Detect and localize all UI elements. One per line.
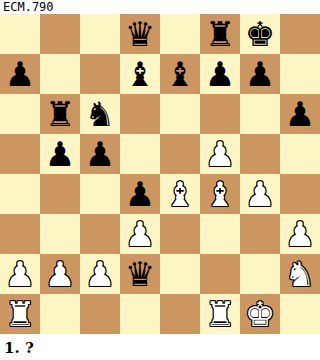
diagram-title: ECM.790 (0, 0, 320, 14)
square-g1[interactable]: ♚ (240, 294, 280, 334)
square-f7[interactable]: ♟ (200, 54, 240, 94)
white-pawn: ♟ (120, 214, 160, 254)
square-d5[interactable] (120, 134, 160, 174)
square-g4[interactable]: ♟ (240, 174, 280, 214)
black-rook: ♜ (40, 94, 80, 134)
square-c5[interactable]: ♟ (80, 134, 120, 174)
white-pawn: ♟ (280, 214, 320, 254)
square-e3[interactable] (160, 214, 200, 254)
square-b5[interactable]: ♟ (40, 134, 80, 174)
white-pawn: ♟ (80, 254, 120, 294)
square-a3[interactable] (0, 214, 40, 254)
square-f3[interactable] (200, 214, 240, 254)
white-knight: ♞ (280, 254, 320, 294)
square-h1[interactable] (280, 294, 320, 334)
square-a7[interactable]: ♟ (0, 54, 40, 94)
black-queen: ♛ (120, 254, 160, 294)
square-c1[interactable] (80, 294, 120, 334)
black-pawn: ♟ (0, 54, 40, 94)
square-c8[interactable] (80, 14, 120, 54)
square-h7[interactable] (280, 54, 320, 94)
square-h3[interactable]: ♟ (280, 214, 320, 254)
square-e6[interactable] (160, 94, 200, 134)
square-b4[interactable] (40, 174, 80, 214)
square-b2[interactable]: ♟ (40, 254, 80, 294)
black-king: ♚ (240, 14, 280, 54)
square-a5[interactable] (0, 134, 40, 174)
black-bishop: ♝ (120, 54, 160, 94)
move-prompt: 1. ? (0, 334, 320, 360)
square-d7[interactable]: ♝ (120, 54, 160, 94)
black-pawn: ♟ (120, 174, 160, 214)
square-a1[interactable]: ♜ (0, 294, 40, 334)
square-b6[interactable]: ♜ (40, 94, 80, 134)
square-e2[interactable] (160, 254, 200, 294)
white-bishop: ♝ (200, 174, 240, 214)
square-d8[interactable]: ♛ (120, 14, 160, 54)
square-e5[interactable] (160, 134, 200, 174)
square-b3[interactable] (40, 214, 80, 254)
square-d3[interactable]: ♟ (120, 214, 160, 254)
square-a8[interactable] (0, 14, 40, 54)
square-b1[interactable] (40, 294, 80, 334)
square-d4[interactable]: ♟ (120, 174, 160, 214)
square-g5[interactable] (240, 134, 280, 174)
square-c3[interactable] (80, 214, 120, 254)
chess-board: ♛♜♚♟♝♝♟♟♜♞♟♟♟♟♟♝♝♟♟♟♟♟♟♛♞♜♜♚ (0, 14, 320, 334)
white-pawn: ♟ (40, 254, 80, 294)
square-f2[interactable] (200, 254, 240, 294)
square-b7[interactable] (40, 54, 80, 94)
white-king: ♚ (240, 294, 280, 334)
square-f5[interactable]: ♟ (200, 134, 240, 174)
square-g2[interactable] (240, 254, 280, 294)
square-g6[interactable] (240, 94, 280, 134)
square-h4[interactable] (280, 174, 320, 214)
square-e7[interactable]: ♝ (160, 54, 200, 94)
black-pawn: ♟ (240, 54, 280, 94)
white-bishop: ♝ (160, 174, 200, 214)
black-bishop: ♝ (160, 54, 200, 94)
square-a6[interactable] (0, 94, 40, 134)
white-pawn: ♟ (0, 254, 40, 294)
square-h6[interactable]: ♟ (280, 94, 320, 134)
white-pawn: ♟ (200, 134, 240, 174)
square-g7[interactable]: ♟ (240, 54, 280, 94)
square-d1[interactable] (120, 294, 160, 334)
black-rook: ♜ (200, 14, 240, 54)
square-a4[interactable] (0, 174, 40, 214)
square-f1[interactable]: ♜ (200, 294, 240, 334)
square-b8[interactable] (40, 14, 80, 54)
black-pawn: ♟ (280, 94, 320, 134)
white-rook: ♜ (0, 294, 40, 334)
square-g8[interactable]: ♚ (240, 14, 280, 54)
black-pawn: ♟ (40, 134, 80, 174)
black-pawn: ♟ (200, 54, 240, 94)
square-h5[interactable] (280, 134, 320, 174)
square-h2[interactable]: ♞ (280, 254, 320, 294)
square-e1[interactable] (160, 294, 200, 334)
square-d6[interactable] (120, 94, 160, 134)
square-c6[interactable]: ♞ (80, 94, 120, 134)
square-c2[interactable]: ♟ (80, 254, 120, 294)
black-pawn: ♟ (80, 134, 120, 174)
square-f6[interactable] (200, 94, 240, 134)
black-knight: ♞ (80, 94, 120, 134)
black-queen: ♛ (120, 14, 160, 54)
white-pawn: ♟ (240, 174, 280, 214)
square-e4[interactable]: ♝ (160, 174, 200, 214)
white-rook: ♜ (200, 294, 240, 334)
square-f8[interactable]: ♜ (200, 14, 240, 54)
square-e8[interactable] (160, 14, 200, 54)
square-f4[interactable]: ♝ (200, 174, 240, 214)
square-g3[interactable] (240, 214, 280, 254)
square-a2[interactable]: ♟ (0, 254, 40, 294)
square-h8[interactable] (280, 14, 320, 54)
square-d2[interactable]: ♛ (120, 254, 160, 294)
square-c4[interactable] (80, 174, 120, 214)
square-c7[interactable] (80, 54, 120, 94)
